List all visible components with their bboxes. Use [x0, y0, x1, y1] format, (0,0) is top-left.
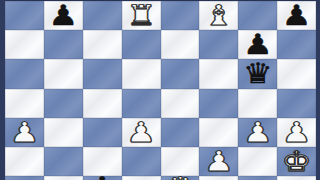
square-c3: [83, 118, 122, 147]
piece-white-queen-e1: ♛: [165, 176, 195, 180]
square-d3: ♟: [122, 118, 161, 147]
piece-white-pawn-h3: ♟: [282, 120, 312, 145]
square-b1: [44, 176, 83, 180]
piece-black-bishop-c1: ♝: [87, 176, 117, 180]
piece-white-pawn-f2: ♟: [204, 149, 234, 174]
square-d5: [122, 59, 161, 88]
piece-black-pawn-h7: ♟: [282, 3, 312, 28]
square-f7: ♝: [199, 1, 238, 30]
square-g6: ♟: [238, 30, 277, 59]
square-a3: ♟: [5, 118, 44, 147]
square-h7: ♟: [277, 1, 316, 30]
square-f3: [199, 118, 238, 147]
square-e1: ♛: [161, 176, 200, 180]
square-h4: [277, 89, 316, 118]
chess-board: ♟♜♝♟♟♛♟♟♟♟♟♚♝♛: [5, 0, 316, 180]
square-b5: [44, 59, 83, 88]
video-frame: ♟♜♝♟♟♛♟♟♟♟♟♚♝♛: [0, 0, 320, 180]
square-d2: [122, 147, 161, 176]
square-b6: [44, 30, 83, 59]
square-c7: [83, 1, 122, 30]
square-f1: [199, 176, 238, 180]
square-e7: [161, 1, 200, 30]
piece-white-bishop-f7: ♝: [204, 3, 234, 28]
square-a6: [5, 30, 44, 59]
square-d6: [122, 30, 161, 59]
square-c5: [83, 59, 122, 88]
piece-black-pawn-g6: ♟: [243, 33, 273, 58]
piece-white-pawn-a3: ♟: [10, 120, 40, 145]
square-h3: ♟: [277, 118, 316, 147]
square-g4: [238, 89, 277, 118]
square-g2: [238, 147, 277, 176]
square-e4: [161, 89, 200, 118]
square-d4: [122, 89, 161, 118]
piece-white-pawn-g3: ♟: [243, 120, 273, 145]
square-c2: [83, 147, 122, 176]
square-e2: [161, 147, 200, 176]
square-h2: ♚: [277, 147, 316, 176]
square-a5: [5, 59, 44, 88]
square-a7: [5, 1, 44, 30]
square-e5: [161, 59, 200, 88]
square-f4: [199, 89, 238, 118]
piece-black-pawn-b7: ♟: [49, 3, 79, 28]
square-h6: [277, 30, 316, 59]
square-b7: ♟: [44, 1, 83, 30]
piece-white-pawn-d3: ♟: [126, 120, 156, 145]
square-d1: [122, 176, 161, 180]
square-b2: [44, 147, 83, 176]
square-e6: [161, 30, 200, 59]
piece-black-queen-g5: ♛: [243, 62, 273, 87]
square-g7: [238, 1, 277, 30]
square-a1: [5, 176, 44, 180]
piece-white-rook-d7: ♜: [126, 3, 156, 28]
square-c1: ♝: [83, 176, 122, 180]
square-a4: [5, 89, 44, 118]
piece-white-king-h2: ♚: [282, 149, 312, 174]
square-h5: [277, 59, 316, 88]
square-h1: [277, 176, 316, 180]
square-a2: [5, 147, 44, 176]
square-g3: ♟: [238, 118, 277, 147]
square-b4: [44, 89, 83, 118]
square-d7: ♜: [122, 1, 161, 30]
square-f6: [199, 30, 238, 59]
square-g5: ♛: [238, 59, 277, 88]
square-g1: [238, 176, 277, 180]
square-c4: [83, 89, 122, 118]
square-e3: [161, 118, 200, 147]
square-f5: [199, 59, 238, 88]
square-f2: ♟: [199, 147, 238, 176]
square-b3: [44, 118, 83, 147]
square-c6: [83, 30, 122, 59]
